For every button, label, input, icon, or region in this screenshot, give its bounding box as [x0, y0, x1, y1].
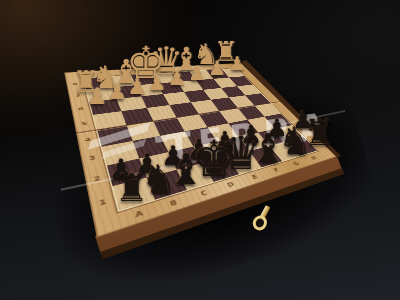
piece-e7-white-pawn[interactable]: ♟: [168, 68, 187, 89]
piece-a1-black-rook[interactable]: ♜: [115, 169, 149, 207]
key-bow-icon: [250, 213, 269, 233]
piece-a7-white-pawn[interactable]: ♟: [87, 85, 108, 108]
piece-g7-white-pawn[interactable]: ♟: [208, 58, 226, 78]
piece-f7-white-pawn[interactable]: ♟: [188, 63, 206, 83]
photo-stage: 87654321 ABCDEFGH ♜♞♝♚♛♝♞♜♟♟♟♟♟♟♟♟♟♟♟♟♟♟…: [0, 0, 400, 300]
piece-c7-white-pawn[interactable]: ♟: [127, 76, 147, 98]
piece-h7-white-pawn[interactable]: ♟: [228, 54, 245, 73]
piece-d7-white-pawn[interactable]: ♟: [148, 73, 167, 94]
piece-b7-white-pawn[interactable]: ♟: [107, 81, 127, 103]
